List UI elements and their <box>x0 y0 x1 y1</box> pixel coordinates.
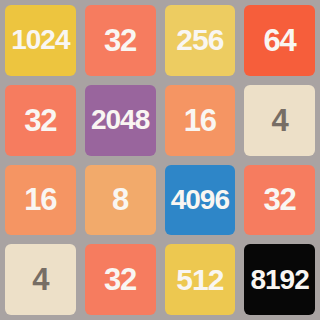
tile-r2c3-16: 16 <box>165 85 236 156</box>
tile-r1c1-1024: 1024 <box>5 5 76 76</box>
tile-r3c3-4096: 4096 <box>165 165 236 236</box>
tile-r2c1-32: 32 <box>5 85 76 156</box>
tile-r1c4-64: 64 <box>244 5 315 76</box>
tile-r3c2-8: 8 <box>85 165 156 236</box>
tile-r1c2-32: 32 <box>85 5 156 76</box>
tile-r4c1-4: 4 <box>5 244 76 315</box>
game-board-2048[interactable]: 102432256643220481641684096324325128192 <box>0 0 320 320</box>
tile-r1c3-256: 256 <box>165 5 236 76</box>
tile-r2c2-2048: 2048 <box>85 85 156 156</box>
tile-r4c2-32: 32 <box>85 244 156 315</box>
tile-r2c4-4: 4 <box>244 85 315 156</box>
tile-r4c4-8192: 8192 <box>244 244 315 315</box>
tile-r4c3-512: 512 <box>165 244 236 315</box>
game-screen: 102432256643220481641684096324325128192 <box>0 0 320 320</box>
tile-r3c4-32: 32 <box>244 165 315 236</box>
tile-r3c1-16: 16 <box>5 165 76 236</box>
